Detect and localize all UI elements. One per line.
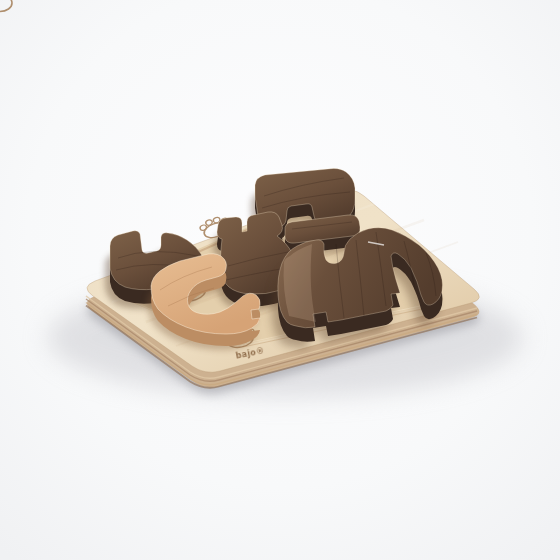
- puzzle-photo: bajo®: [0, 0, 560, 560]
- photo-stage: bajo®: [0, 0, 560, 560]
